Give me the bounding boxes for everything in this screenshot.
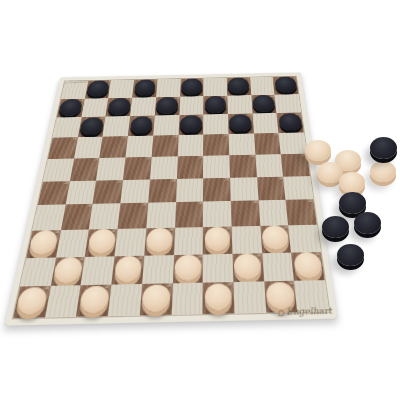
square-13[interactable]: 13 — [178, 115, 203, 135]
loose-white-piece[interactable] — [339, 172, 365, 193]
light-square — [177, 135, 203, 157]
square-number: 17 — [123, 136, 127, 139]
square-49[interactable]: 49 — [203, 282, 235, 314]
square-number: 21 — [95, 158, 99, 161]
white-man-square-46[interactable] — [16, 287, 49, 315]
square-29[interactable]: 29 — [203, 177, 231, 201]
board-grid: 1234567891011121314151617181920212223242… — [12, 76, 331, 320]
square-31[interactable]: 31 — [61, 204, 93, 230]
photo-stage: 1234567891011121314151617181920212223242… — [0, 0, 400, 400]
square-number: 50 — [289, 281, 294, 285]
square-21[interactable]: 21 — [70, 158, 100, 181]
board-scene: 1234567891011121314151617181920212223242… — [34, 36, 319, 321]
square-number: 13 — [199, 115, 202, 117]
square-45[interactable]: 45 — [291, 252, 325, 282]
light-square — [203, 253, 233, 283]
square-40[interactable]: 40 — [260, 225, 291, 253]
square-14[interactable]: 14 — [228, 114, 254, 134]
square-9[interactable]: 9 — [203, 96, 227, 115]
square-number: 48 — [167, 284, 171, 288]
square-number: 43 — [198, 254, 202, 258]
square-28[interactable]: 28 — [148, 179, 176, 203]
square-number: 45 — [316, 252, 321, 256]
white-man-square-40[interactable] — [262, 226, 290, 250]
black-man-square-3[interactable] — [181, 79, 202, 95]
square-number: 34 — [253, 201, 257, 204]
light-square — [203, 78, 227, 96]
light-square — [115, 228, 146, 256]
light-square — [130, 97, 156, 116]
square-2[interactable]: 2 — [132, 79, 157, 97]
square-22[interactable]: 22 — [123, 157, 151, 180]
black-man-square-15[interactable] — [278, 113, 302, 131]
square-number: 41 — [80, 257, 85, 261]
light-square — [153, 115, 179, 135]
square-number: 24 — [251, 155, 255, 158]
square-number: 33 — [198, 202, 202, 205]
square-number: 32 — [143, 203, 147, 206]
square-number: 35 — [308, 199, 312, 202]
white-man-square-38[interactable] — [146, 228, 173, 253]
light-square — [252, 113, 279, 133]
square-6[interactable]: 6 — [57, 99, 85, 118]
light-square — [96, 157, 125, 180]
light-square — [108, 284, 142, 316]
light-square — [227, 95, 252, 114]
square-number: 14 — [248, 114, 252, 116]
light-square — [81, 98, 108, 117]
light-square — [56, 229, 89, 257]
light-square — [74, 137, 103, 159]
square-8[interactable]: 8 — [155, 97, 180, 116]
light-square — [120, 179, 149, 203]
black-man-square-13[interactable] — [180, 115, 202, 133]
loose-black-piece[interactable] — [339, 192, 366, 214]
light-square — [230, 177, 258, 201]
light-square — [279, 132, 307, 153]
light-square — [233, 282, 266, 314]
square-number: 18 — [174, 135, 178, 138]
black-man-square-11[interactable] — [79, 117, 104, 135]
light-square — [108, 80, 134, 98]
white-man-square-37[interactable] — [87, 229, 116, 254]
brand-mark-top-left: Engelhart — [65, 81, 88, 84]
square-3[interactable]: 3 — [180, 78, 204, 96]
light-square — [176, 178, 204, 202]
square-number: 31 — [88, 204, 92, 207]
square-15[interactable]: 15 — [277, 113, 304, 133]
square-12[interactable]: 12 — [128, 116, 155, 136]
square-30[interactable]: 30 — [257, 176, 286, 200]
square-number: 5 — [294, 76, 296, 78]
square-number: 28 — [172, 179, 176, 182]
square-1[interactable]: 1 — [85, 80, 111, 98]
square-number: 39 — [226, 226, 230, 229]
light-square — [288, 225, 320, 253]
square-number: 19 — [224, 134, 228, 137]
light-square — [203, 155, 230, 178]
square-43[interactable]: 43 — [172, 254, 203, 284]
black-man-square-4[interactable] — [228, 78, 250, 94]
square-number: 30 — [279, 176, 283, 179]
white-man-square-43[interactable] — [174, 254, 201, 280]
black-man-square-8[interactable] — [156, 97, 178, 114]
square-38[interactable]: 38 — [144, 228, 174, 256]
square-37[interactable]: 37 — [85, 229, 117, 257]
white-man-square-50[interactable] — [265, 281, 295, 309]
square-23[interactable]: 23 — [177, 156, 204, 179]
light-square — [45, 286, 81, 318]
square-number: 9 — [225, 96, 227, 98]
square-20[interactable]: 20 — [254, 133, 281, 155]
square-42[interactable]: 42 — [111, 255, 144, 285]
square-number: 29 — [225, 177, 229, 180]
light-square — [275, 94, 301, 113]
loose-black-piece[interactable] — [354, 212, 381, 234]
square-25[interactable]: 25 — [281, 153, 310, 176]
square-number: 23 — [199, 156, 203, 159]
light-square — [146, 202, 175, 228]
black-man-square-9[interactable] — [205, 96, 227, 113]
square-39[interactable]: 39 — [203, 226, 232, 254]
square-33[interactable]: 33 — [175, 202, 204, 228]
loose-white-piece[interactable] — [370, 161, 396, 182]
white-man-square-39[interactable] — [205, 227, 231, 252]
square-10[interactable]: 10 — [251, 95, 277, 114]
black-man-square-6[interactable] — [59, 99, 84, 116]
square-18[interactable]: 18 — [151, 135, 178, 157]
square-44[interactable]: 44 — [232, 253, 263, 283]
light-square — [262, 252, 294, 282]
square-4[interactable]: 4 — [227, 77, 251, 95]
black-man-square-10[interactable] — [252, 95, 275, 112]
square-17[interactable]: 17 — [100, 136, 128, 158]
black-man-square-12[interactable] — [130, 116, 154, 134]
brand-mark-bottom-right: Engelhart — [277, 307, 332, 317]
square-32[interactable]: 32 — [118, 203, 148, 229]
square-number: 42 — [139, 255, 143, 259]
square-number: 47 — [106, 285, 111, 289]
light-square — [89, 203, 120, 229]
light-square — [228, 134, 255, 156]
light-square — [103, 116, 130, 136]
square-number: 37 — [112, 229, 116, 232]
loose-black-piece[interactable] — [322, 216, 349, 238]
square-5[interactable]: 5 — [273, 76, 299, 94]
white-man-square-42[interactable] — [113, 256, 142, 282]
white-man-square-48[interactable] — [142, 284, 171, 312]
black-man-square-14[interactable] — [229, 114, 252, 132]
light-square — [203, 114, 228, 134]
square-47[interactable]: 47 — [76, 285, 111, 317]
square-number: 46 — [44, 286, 49, 290]
square-34[interactable]: 34 — [231, 201, 260, 227]
black-man-square-1[interactable] — [86, 80, 109, 96]
square-number: 3 — [201, 78, 203, 80]
brand-text: Engelhart — [285, 307, 332, 317]
light-square — [156, 79, 180, 97]
white-man-square-44[interactable] — [234, 253, 262, 279]
light-square — [174, 227, 204, 255]
white-man-square-41[interactable] — [53, 257, 84, 283]
light-square — [255, 154, 283, 177]
square-48[interactable]: 48 — [140, 284, 173, 316]
white-man-square-49[interactable] — [204, 283, 232, 311]
square-number: 40 — [283, 225, 287, 228]
white-man-square-36[interactable] — [29, 230, 60, 255]
square-35[interactable]: 35 — [286, 199, 317, 225]
square-number: 38 — [169, 228, 173, 231]
loose-black-piece[interactable] — [370, 137, 397, 159]
black-man-square-2[interactable] — [134, 79, 156, 95]
square-number: 8 — [177, 97, 179, 99]
loose-black-piece[interactable] — [337, 244, 364, 266]
light-square — [179, 96, 203, 115]
black-man-square-7[interactable] — [107, 98, 131, 115]
square-number: 49 — [228, 282, 232, 286]
light-square — [65, 180, 96, 204]
light-square — [81, 256, 115, 286]
black-man-square-5[interactable] — [274, 77, 297, 93]
square-number: 12 — [150, 116, 154, 118]
square-number: 22 — [147, 157, 151, 160]
light-square — [126, 136, 153, 158]
light-square — [250, 77, 275, 95]
white-man-square-47[interactable] — [79, 285, 110, 313]
square-7[interactable]: 7 — [106, 98, 133, 117]
square-27[interactable]: 27 — [93, 180, 123, 204]
square-11[interactable]: 11 — [78, 117, 106, 137]
light-square — [283, 176, 313, 200]
light-square — [171, 283, 203, 315]
light-square — [231, 226, 261, 254]
square-number: 36 — [55, 230, 60, 233]
white-man-square-45[interactable] — [293, 252, 323, 278]
light-square — [203, 201, 231, 227]
square-19[interactable]: 19 — [203, 134, 229, 156]
square-number: 27 — [118, 180, 122, 183]
square-number: 4 — [247, 77, 249, 79]
square-number: 20 — [274, 133, 278, 136]
square-41[interactable]: 41 — [50, 257, 85, 287]
square-number: 44 — [257, 253, 261, 257]
loose-white-piece[interactable] — [305, 140, 331, 161]
square-24[interactable]: 24 — [229, 155, 256, 178]
light-square — [150, 156, 178, 179]
light-square — [258, 200, 288, 226]
light-square — [142, 255, 174, 285]
brand-text: Engelhart — [68, 81, 88, 84]
checkers-mat: 1234567891011121314151617181920212223242… — [4, 72, 337, 325]
brand-crest-icon — [278, 310, 285, 316]
